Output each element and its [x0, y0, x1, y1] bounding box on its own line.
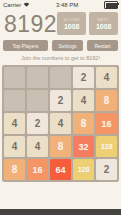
top-players-button[interactable]: Top Players — [3, 40, 48, 51]
tagline: Join the numbers to get to 8192! — [0, 55, 121, 61]
tile-32: 32 — [73, 136, 94, 157]
restart-button[interactable]: Restart — [87, 40, 118, 51]
status-bar: Carrier 3:48 PM — [0, 0, 121, 9]
tile-4: 4 — [27, 136, 48, 157]
tile-2: 2 — [96, 159, 117, 180]
empty-cell — [4, 90, 25, 111]
tile-8: 8 — [50, 136, 71, 157]
clock-label: 3:48 PM — [56, 2, 78, 8]
score-label: SCORE — [64, 17, 80, 22]
best-label: BEST — [98, 17, 110, 22]
tile-2: 2 — [27, 113, 48, 134]
wifi-icon — [23, 2, 30, 7]
tile-4: 4 — [73, 90, 94, 111]
tile-4: 4 — [4, 113, 25, 134]
empty-cell — [27, 67, 48, 88]
bottom-bar — [0, 209, 121, 215]
empty-cell — [27, 90, 48, 111]
tile-4: 4 — [50, 113, 71, 134]
tile-4: 4 — [96, 67, 117, 88]
score-boxes: SCORE 1008 BEST 1008 — [57, 12, 118, 35]
header: 8192 SCORE 1008 BEST 1008 — [0, 9, 121, 36]
tile-2: 2 — [50, 90, 71, 111]
empty-cell — [50, 67, 71, 88]
tile-128: 128 — [96, 136, 117, 157]
tile-16: 16 — [96, 113, 117, 134]
best-box: BEST 1008 — [89, 12, 118, 35]
tile-4: 4 — [4, 136, 25, 157]
tile-16: 16 — [27, 159, 48, 180]
score-box: SCORE 1008 — [57, 12, 86, 35]
best-value: 1008 — [96, 23, 112, 30]
tile-8: 8 — [73, 113, 94, 134]
carrier-label: Carrier — [3, 2, 21, 8]
score-value: 1008 — [64, 23, 80, 30]
tile-8: 8 — [4, 159, 25, 180]
battery-icon — [104, 1, 118, 9]
board-grid[interactable]: 2424842481644832128816641282 — [2, 65, 119, 182]
tile-2: 2 — [73, 67, 94, 88]
tile-8: 8 — [96, 90, 117, 111]
app-screen: Carrier 3:48 PM 8192 SCORE 1008 BEST 100… — [0, 0, 121, 215]
toolbar: Top Players Settings Restart — [0, 36, 121, 51]
empty-cell — [4, 67, 25, 88]
settings-button[interactable]: Settings — [52, 40, 83, 51]
tile-64: 64 — [50, 159, 71, 180]
page-title: 8192 — [4, 12, 57, 36]
tile-128: 128 — [73, 159, 94, 180]
